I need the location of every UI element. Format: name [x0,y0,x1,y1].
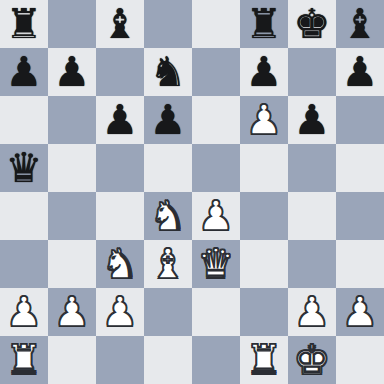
square-b8[interactable] [48,0,96,48]
square-g3[interactable] [288,240,336,288]
piece-white-pawn[interactable]: ♟ [246,96,283,144]
square-g8[interactable]: ♚ [288,0,336,48]
piece-white-king[interactable]: ♚ [294,336,331,384]
square-c1[interactable] [96,336,144,384]
square-g2[interactable]: ♟ [288,288,336,336]
square-f8[interactable]: ♜ [240,0,288,48]
piece-black-queen[interactable]: ♛ [6,144,43,192]
square-a4[interactable] [0,192,48,240]
square-e6[interactable] [192,96,240,144]
piece-white-knight[interactable]: ♞ [150,192,187,240]
square-h8[interactable]: ♝ [336,0,384,48]
square-d4[interactable]: ♞ [144,192,192,240]
square-c3[interactable]: ♞ [96,240,144,288]
square-f3[interactable] [240,240,288,288]
piece-black-pawn[interactable]: ♟ [150,96,187,144]
piece-black-rook[interactable]: ♜ [6,0,43,48]
square-f4[interactable] [240,192,288,240]
square-d5[interactable] [144,144,192,192]
square-b3[interactable] [48,240,96,288]
piece-white-pawn[interactable]: ♟ [342,288,379,336]
square-h7[interactable]: ♟ [336,48,384,96]
piece-white-queen[interactable]: ♛ [198,240,235,288]
square-a7[interactable]: ♟ [0,48,48,96]
piece-white-pawn[interactable]: ♟ [294,288,331,336]
piece-black-pawn[interactable]: ♟ [6,48,43,96]
piece-white-knight[interactable]: ♞ [102,240,139,288]
square-e2[interactable] [192,288,240,336]
square-e7[interactable] [192,48,240,96]
square-a2[interactable]: ♟ [0,288,48,336]
piece-white-rook[interactable]: ♜ [6,336,43,384]
square-e8[interactable] [192,0,240,48]
square-a3[interactable] [0,240,48,288]
square-a1[interactable]: ♜ [0,336,48,384]
square-d8[interactable] [144,0,192,48]
square-d7[interactable]: ♞ [144,48,192,96]
square-a5[interactable]: ♛ [0,144,48,192]
square-d6[interactable]: ♟ [144,96,192,144]
square-c8[interactable]: ♝ [96,0,144,48]
square-c7[interactable] [96,48,144,96]
square-b2[interactable]: ♟ [48,288,96,336]
square-h2[interactable]: ♟ [336,288,384,336]
square-b4[interactable] [48,192,96,240]
square-c5[interactable] [96,144,144,192]
piece-black-pawn[interactable]: ♟ [342,48,379,96]
square-b7[interactable]: ♟ [48,48,96,96]
square-f6[interactable]: ♟ [240,96,288,144]
square-b6[interactable] [48,96,96,144]
square-h6[interactable] [336,96,384,144]
square-e1[interactable] [192,336,240,384]
square-e5[interactable] [192,144,240,192]
piece-white-pawn[interactable]: ♟ [102,288,139,336]
piece-black-pawn[interactable]: ♟ [54,48,91,96]
square-d1[interactable] [144,336,192,384]
square-d3[interactable]: ♝ [144,240,192,288]
piece-white-pawn[interactable]: ♟ [6,288,43,336]
square-g4[interactable] [288,192,336,240]
piece-black-pawn[interactable]: ♟ [102,96,139,144]
square-h1[interactable] [336,336,384,384]
square-e4[interactable]: ♟ [192,192,240,240]
square-e3[interactable]: ♛ [192,240,240,288]
square-a8[interactable]: ♜ [0,0,48,48]
square-g1[interactable]: ♚ [288,336,336,384]
square-h3[interactable] [336,240,384,288]
square-f7[interactable]: ♟ [240,48,288,96]
piece-black-knight[interactable]: ♞ [150,48,187,96]
piece-white-pawn[interactable]: ♟ [54,288,91,336]
chessboard: ♜♝♜♚♝♟♟♞♟♟♟♟♟♟♛♞♟♞♝♛♟♟♟♟♟♜♜♚ [0,0,384,384]
piece-black-pawn[interactable]: ♟ [246,48,283,96]
square-f1[interactable]: ♜ [240,336,288,384]
square-g6[interactable]: ♟ [288,96,336,144]
piece-black-pawn[interactable]: ♟ [294,96,331,144]
square-g5[interactable] [288,144,336,192]
square-h4[interactable] [336,192,384,240]
piece-white-rook[interactable]: ♜ [246,336,283,384]
square-d2[interactable] [144,288,192,336]
piece-black-bishop[interactable]: ♝ [342,0,379,48]
square-f2[interactable] [240,288,288,336]
piece-white-bishop[interactable]: ♝ [150,240,187,288]
square-c6[interactable]: ♟ [96,96,144,144]
square-b5[interactable] [48,144,96,192]
square-c2[interactable]: ♟ [96,288,144,336]
square-h5[interactable] [336,144,384,192]
square-b1[interactable] [48,336,96,384]
piece-black-rook[interactable]: ♜ [246,0,283,48]
square-c4[interactable] [96,192,144,240]
piece-black-king[interactable]: ♚ [294,0,331,48]
piece-black-bishop[interactable]: ♝ [102,0,139,48]
square-f5[interactable] [240,144,288,192]
square-g7[interactable] [288,48,336,96]
piece-white-pawn[interactable]: ♟ [198,192,235,240]
square-a6[interactable] [0,96,48,144]
